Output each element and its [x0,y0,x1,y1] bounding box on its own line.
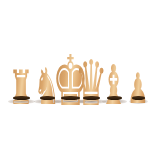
bishop-piece-glyph: ♝ [100,58,129,113]
queen-piece-glyph: ♛ [75,52,108,115]
chess-pieces-product-photo: ♜ ♞ ♚ ♛ ♝ ♟ [0,0,150,150]
bishop-base-ring [107,96,122,100]
knight-base-ring [40,96,55,100]
rook-base-ring [13,96,30,100]
chess-piece-knight: ♞ [17,61,77,112]
king-piece-glyph: ♚ [52,46,88,116]
chess-piece-rook: ♜ [0,64,51,111]
pawn-base-ring [132,96,145,100]
chess-piece-king: ♚ [40,46,100,116]
chess-piece-bishop: ♝ [84,58,144,113]
knight-piece-glyph: ♞ [34,61,61,112]
queen-base-ring [83,96,100,100]
king-base-ring [61,96,80,100]
chess-piece-queen: ♛ [61,52,121,115]
